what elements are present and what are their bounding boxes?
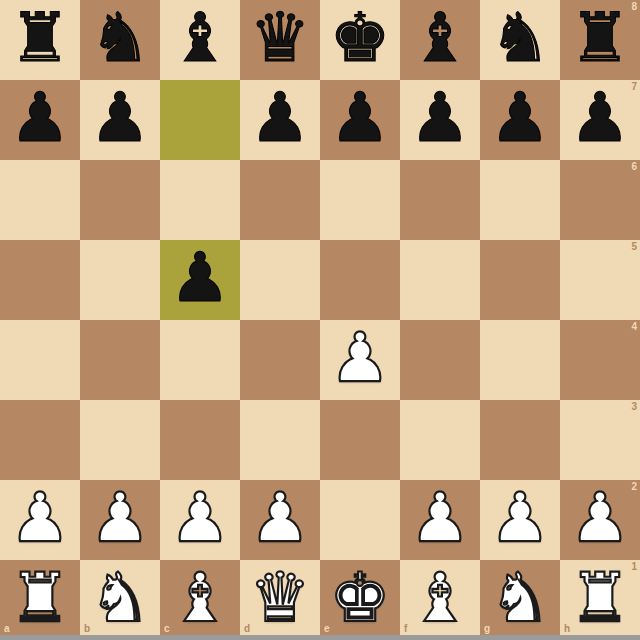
square-a3[interactable] — [0, 400, 80, 480]
black-pawn[interactable]: ♟ — [570, 78, 631, 158]
square-a2[interactable]: ♟ — [0, 480, 80, 560]
square-f6[interactable] — [400, 160, 480, 240]
square-c5[interactable]: ♟ — [160, 240, 240, 320]
black-bishop[interactable]: ♝ — [410, 0, 471, 78]
file-label-c: c — [164, 624, 170, 634]
rank-label-6: 6 — [631, 162, 637, 172]
black-pawn[interactable]: ♟ — [490, 78, 551, 158]
rank-label-2: 2 — [631, 482, 637, 492]
square-d7[interactable]: ♟ — [240, 80, 320, 160]
rank-label-3: 3 — [631, 402, 637, 412]
square-b2[interactable]: ♟ — [80, 480, 160, 560]
square-h1[interactable]: ♜1h — [560, 560, 640, 640]
file-label-b: b — [84, 624, 90, 634]
square-e7[interactable]: ♟ — [320, 80, 400, 160]
chess-board: ♜♞♝♛♚♝♞♜8♟♟♟♟♟♟♟76♟5♟43♟♟♟♟♟♟♟2♜a♞b♝c♛d♚… — [0, 0, 640, 640]
white-pawn[interactable]: ♟ — [90, 478, 151, 558]
square-g2[interactable]: ♟ — [480, 480, 560, 560]
white-rook[interactable]: ♜ — [10, 558, 71, 638]
square-d1[interactable]: ♛d — [240, 560, 320, 640]
square-f3[interactable] — [400, 400, 480, 480]
square-h6[interactable]: 6 — [560, 160, 640, 240]
file-label-d: d — [244, 624, 250, 634]
white-knight[interactable]: ♞ — [490, 558, 551, 638]
square-b6[interactable] — [80, 160, 160, 240]
black-rook[interactable]: ♜ — [10, 0, 71, 78]
square-b7[interactable]: ♟ — [80, 80, 160, 160]
square-b5[interactable] — [80, 240, 160, 320]
square-e3[interactable] — [320, 400, 400, 480]
black-knight[interactable]: ♞ — [90, 0, 151, 78]
square-b1[interactable]: ♞b — [80, 560, 160, 640]
rank-label-1: 1 — [631, 562, 637, 572]
black-pawn[interactable]: ♟ — [90, 78, 151, 158]
rank-label-5: 5 — [631, 242, 637, 252]
file-label-h: h — [564, 624, 570, 634]
square-b8[interactable]: ♞ — [80, 0, 160, 80]
black-bishop[interactable]: ♝ — [170, 0, 231, 78]
square-g6[interactable] — [480, 160, 560, 240]
black-pawn[interactable]: ♟ — [330, 78, 391, 158]
white-pawn[interactable]: ♟ — [490, 478, 551, 558]
square-e2[interactable] — [320, 480, 400, 560]
chess-board-wrap: ♜♞♝♛♚♝♞♜8♟♟♟♟♟♟♟76♟5♟43♟♟♟♟♟♟♟2♜a♞b♝c♛d♚… — [0, 0, 640, 640]
square-b4[interactable] — [80, 320, 160, 400]
square-g7[interactable]: ♟ — [480, 80, 560, 160]
rank-label-8: 8 — [631, 2, 637, 12]
black-queen[interactable]: ♛ — [250, 0, 311, 78]
white-pawn[interactable]: ♟ — [10, 478, 71, 558]
square-c3[interactable] — [160, 400, 240, 480]
black-rook[interactable]: ♜ — [570, 0, 631, 78]
square-e1[interactable]: ♚e — [320, 560, 400, 640]
square-a6[interactable] — [0, 160, 80, 240]
square-h3[interactable]: 3 — [560, 400, 640, 480]
square-h2[interactable]: ♟2 — [560, 480, 640, 560]
square-d3[interactable] — [240, 400, 320, 480]
square-c6[interactable] — [160, 160, 240, 240]
black-pawn[interactable]: ♟ — [170, 238, 231, 318]
square-e5[interactable] — [320, 240, 400, 320]
square-a7[interactable]: ♟ — [0, 80, 80, 160]
square-c2[interactable]: ♟ — [160, 480, 240, 560]
black-knight[interactable]: ♞ — [490, 0, 551, 78]
square-c4[interactable] — [160, 320, 240, 400]
white-queen[interactable]: ♛ — [250, 558, 311, 638]
file-label-g: g — [484, 624, 490, 634]
square-c8[interactable]: ♝ — [160, 0, 240, 80]
square-g1[interactable]: ♞g — [480, 560, 560, 640]
white-pawn[interactable]: ♟ — [330, 318, 391, 398]
square-h5[interactable]: 5 — [560, 240, 640, 320]
white-bishop[interactable]: ♝ — [170, 558, 231, 638]
square-a4[interactable] — [0, 320, 80, 400]
black-pawn[interactable]: ♟ — [410, 78, 471, 158]
square-f2[interactable]: ♟ — [400, 480, 480, 560]
white-king[interactable]: ♚ — [330, 558, 391, 638]
square-e8[interactable]: ♚ — [320, 0, 400, 80]
square-e4[interactable]: ♟ — [320, 320, 400, 400]
square-a8[interactable]: ♜ — [0, 0, 80, 80]
rank-label-7: 7 — [631, 82, 637, 92]
square-d8[interactable]: ♛ — [240, 0, 320, 80]
square-b3[interactable] — [80, 400, 160, 480]
square-d2[interactable]: ♟ — [240, 480, 320, 560]
square-g3[interactable] — [480, 400, 560, 480]
page-edge-strip — [0, 635, 640, 640]
square-a5[interactable] — [0, 240, 80, 320]
square-c7[interactable] — [160, 80, 240, 160]
square-h8[interactable]: ♜8 — [560, 0, 640, 80]
square-d4[interactable] — [240, 320, 320, 400]
square-h7[interactable]: ♟7 — [560, 80, 640, 160]
white-pawn[interactable]: ♟ — [170, 478, 231, 558]
white-pawn[interactable]: ♟ — [250, 478, 311, 558]
white-pawn[interactable]: ♟ — [570, 478, 631, 558]
black-pawn[interactable]: ♟ — [250, 78, 311, 158]
white-pawn[interactable]: ♟ — [410, 478, 471, 558]
square-f7[interactable]: ♟ — [400, 80, 480, 160]
black-pawn[interactable]: ♟ — [10, 78, 71, 158]
white-knight[interactable]: ♞ — [90, 558, 151, 638]
file-label-a: a — [4, 624, 10, 634]
white-rook[interactable]: ♜ — [570, 558, 631, 638]
square-f5[interactable] — [400, 240, 480, 320]
file-label-f: f — [404, 624, 407, 634]
square-g5[interactable] — [480, 240, 560, 320]
square-d5[interactable] — [240, 240, 320, 320]
rank-label-4: 4 — [631, 322, 637, 332]
square-c1[interactable]: ♝c — [160, 560, 240, 640]
square-e6[interactable] — [320, 160, 400, 240]
white-bishop[interactable]: ♝ — [410, 558, 471, 638]
square-g8[interactable]: ♞ — [480, 0, 560, 80]
square-a1[interactable]: ♜a — [0, 560, 80, 640]
black-king[interactable]: ♚ — [330, 0, 391, 78]
square-f1[interactable]: ♝f — [400, 560, 480, 640]
square-h4[interactable]: 4 — [560, 320, 640, 400]
square-f8[interactable]: ♝ — [400, 0, 480, 80]
square-f4[interactable] — [400, 320, 480, 400]
file-label-e: e — [324, 624, 330, 634]
square-d6[interactable] — [240, 160, 320, 240]
square-g4[interactable] — [480, 320, 560, 400]
